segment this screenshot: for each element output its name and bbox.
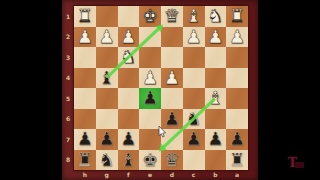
file-label-b: b [205,169,227,180]
square-c1[interactable]: ♝ [183,6,205,27]
rank-label-7: 7 [62,129,74,150]
piece-white-pawn-g2[interactable]: ♟ [99,28,115,46]
square-a3[interactable] [226,47,248,68]
square-f2[interactable]: ♟ [118,27,140,48]
file-labels: hgfedcba [74,169,248,180]
square-h5[interactable] [74,88,96,109]
piece-white-king-e1[interactable]: ♚ [142,7,158,25]
piece-white-pawn-a2[interactable]: ♟ [229,28,245,46]
piece-black-knight-g8[interactable]: ♞ [99,151,115,169]
rank-label-1: 1 [62,6,74,27]
square-d4[interactable]: ♟ [161,68,183,89]
piece-black-pawn-g7[interactable]: ♟ [99,130,115,148]
square-e3[interactable] [139,47,161,68]
piece-white-pawn-f2[interactable]: ♟ [120,28,136,46]
mouse-cursor [158,126,168,139]
piece-white-pawn-c2[interactable]: ♟ [186,28,202,46]
square-c7[interactable]: ♟ [183,129,205,150]
rank-label-4: 4 [62,68,74,89]
square-h6[interactable] [74,109,96,130]
square-g4[interactable]: ♝ [96,68,118,89]
piece-white-pawn-h2[interactable]: ♟ [77,28,93,46]
square-g7[interactable]: ♟ [96,129,118,150]
square-b3[interactable] [205,47,227,68]
square-a5[interactable] [226,88,248,109]
rank-label-5: 5 [62,88,74,109]
piece-white-bishop-b5[interactable]: ♝ [207,89,223,107]
square-h8[interactable]: ♜ [74,150,96,171]
file-label-g: g [96,169,118,180]
square-a1[interactable]: ♜ [226,6,248,27]
square-b6[interactable] [205,109,227,130]
square-f6[interactable] [118,109,140,130]
square-c6[interactable]: ♞ [183,109,205,130]
square-a8[interactable]: ♜ [226,150,248,171]
square-e2[interactable] [139,27,161,48]
rank-labels: 12345678 [62,6,74,170]
square-a4[interactable] [226,68,248,89]
piece-black-knight-c6[interactable]: ♞ [186,110,202,128]
square-g2[interactable]: ♟ [96,27,118,48]
square-d2[interactable] [161,27,183,48]
board-grid[interactable]: ♜♚♛♝♞♜♟♟♟♟♟♟♞♝♟♟♟♝♟♞♟♟♟♟♟♟♜♞♝♚♛♜ [74,6,248,170]
rank-label-6: 6 [62,109,74,130]
piece-black-queen-d8[interactable]: ♛ [164,151,180,169]
square-c8[interactable] [183,150,205,171]
file-label-c: c [183,169,205,180]
square-b4[interactable] [205,68,227,89]
square-f7[interactable]: ♟ [118,129,140,150]
square-c2[interactable]: ♟ [183,27,205,48]
square-b2[interactable]: ♟ [205,27,227,48]
piece-black-bishop-f8[interactable]: ♝ [120,151,136,169]
rank-label-2: 2 [62,27,74,48]
square-h2[interactable]: ♟ [74,27,96,48]
square-c4[interactable] [183,68,205,89]
piece-black-pawn-h7[interactable]: ♟ [77,130,93,148]
piece-black-king-e8[interactable]: ♚ [142,151,158,169]
piece-black-pawn-e5[interactable]: ♟ [142,89,158,107]
chess-board: 12345678 ♜♚♛♝♞♜♟♟♟♟♟♟♞♝♟♟♟♝♟♞♟♟♟♟♟♟♜♞♝♚♛… [62,0,258,180]
square-f3[interactable]: ♞ [118,47,140,68]
piece-white-pawn-b2[interactable]: ♟ [207,28,223,46]
square-d1[interactable]: ♛ [161,6,183,27]
square-d3[interactable] [161,47,183,68]
square-d5[interactable] [161,88,183,109]
piece-white-rook-h1[interactable]: ♜ [77,7,93,25]
square-e8[interactable]: ♚ [139,150,161,171]
file-label-d: d [161,169,183,180]
square-h4[interactable] [74,68,96,89]
file-label-e: e [139,169,161,180]
piece-black-rook-h8[interactable]: ♜ [77,151,93,169]
square-a6[interactable] [226,109,248,130]
piece-white-pawn-e4[interactable]: ♟ [142,69,158,87]
square-g3[interactable] [96,47,118,68]
square-e5[interactable]: ♟ [139,88,161,109]
file-label-h: h [74,169,96,180]
file-label-a: a [226,169,248,180]
piece-white-pawn-d4[interactable]: ♟ [164,69,180,87]
square-b5[interactable]: ♝ [205,88,227,109]
piece-white-knight-f3[interactable]: ♞ [120,48,136,66]
video-frame: 12345678 ♜♚♛♝♞♜♟♟♟♟♟♟♞♝♟♟♟♝♟♞♟♟♟♟♟♟♜♞♝♚♛… [0,0,320,180]
square-e1[interactable]: ♚ [139,6,161,27]
square-b7[interactable]: ♟ [205,129,227,150]
watermark-text-blob [295,162,304,168]
square-g8[interactable]: ♞ [96,150,118,171]
piece-black-pawn-c7[interactable]: ♟ [186,130,202,148]
piece-white-bishop-c1[interactable]: ♝ [186,7,202,25]
square-b1[interactable]: ♞ [205,6,227,27]
piece-black-pawn-b7[interactable]: ♟ [207,130,223,148]
square-c5[interactable] [183,88,205,109]
piece-white-queen-d1[interactable]: ♛ [164,7,180,25]
square-f4[interactable] [118,68,140,89]
square-g6[interactable] [96,109,118,130]
square-c3[interactable] [183,47,205,68]
rank-label-3: 3 [62,47,74,68]
square-h1[interactable]: ♜ [74,6,96,27]
piece-black-pawn-a7[interactable]: ♟ [229,130,245,148]
piece-white-knight-b1[interactable]: ♞ [207,7,223,25]
piece-black-bishop-g4[interactable]: ♝ [99,69,115,87]
watermark-logo: T [286,154,306,174]
file-label-f: f [118,169,140,180]
square-a2[interactable]: ♟ [226,27,248,48]
square-f5[interactable] [118,88,140,109]
square-g1[interactable] [96,6,118,27]
square-g5[interactable] [96,88,118,109]
square-a7[interactable]: ♟ [226,129,248,150]
piece-black-rook-a8[interactable]: ♜ [229,151,245,169]
piece-black-pawn-f7[interactable]: ♟ [120,130,136,148]
square-h3[interactable] [74,47,96,68]
square-e4[interactable]: ♟ [139,68,161,89]
square-f8[interactable]: ♝ [118,150,140,171]
square-b8[interactable] [205,150,227,171]
square-h7[interactable]: ♟ [74,129,96,150]
rank-label-8: 8 [62,150,74,171]
square-d8[interactable]: ♛ [161,150,183,171]
square-f1[interactable] [118,6,140,27]
piece-white-rook-a1[interactable]: ♜ [229,7,245,25]
